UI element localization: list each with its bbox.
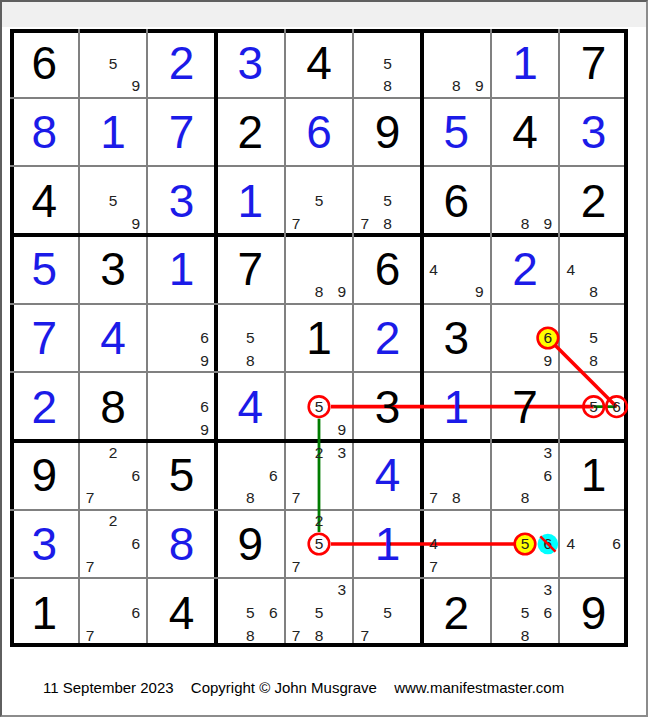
cell-r5c6[interactable]: 2 bbox=[353, 304, 422, 373]
candidate-r9c8-d3: 3 bbox=[536, 578, 559, 601]
candidate-r7c4-d8: 8 bbox=[239, 487, 262, 510]
cell-r8c9[interactable]: 46 bbox=[559, 510, 628, 579]
candidate-r7c2-d7: 7 bbox=[79, 487, 102, 510]
candidate-r7c5-d3: 3 bbox=[330, 441, 353, 464]
value-r2c3: 7 bbox=[169, 109, 195, 155]
cell-r5c5[interactable]: 1 bbox=[285, 304, 354, 373]
cell-r3c5[interactable]: 57 bbox=[285, 166, 354, 235]
candidate-r5c4-d8: 8 bbox=[239, 349, 262, 372]
cell-r3c6[interactable]: 578 bbox=[353, 166, 422, 235]
cell-r8c6[interactable]: 1 bbox=[353, 510, 422, 579]
cell-r1c3[interactable]: 2 bbox=[147, 29, 216, 98]
value-r3c7: 6 bbox=[444, 178, 470, 224]
candidate-r4c9-d4: 4 bbox=[559, 258, 582, 281]
candidate-r8c5-d7: 7 bbox=[285, 555, 308, 578]
cell-r9c1[interactable]: 1 bbox=[10, 578, 79, 647]
candidate-r7c5-d2: 2 bbox=[307, 441, 330, 464]
cell-r1c4[interactable]: 3 bbox=[216, 29, 285, 98]
cell-r3c9[interactable]: 2 bbox=[559, 166, 628, 235]
cell-r7c1[interactable]: 9 bbox=[10, 441, 79, 510]
candidate-r6c3-d6: 6 bbox=[193, 395, 216, 418]
value-r9c9: 9 bbox=[581, 590, 607, 636]
cell-r8c5[interactable]: 257 bbox=[285, 510, 354, 579]
cell-r6c9[interactable]: 56 bbox=[559, 372, 628, 441]
value-r7c6: 4 bbox=[375, 452, 401, 498]
cell-r4c6[interactable]: 6 bbox=[353, 235, 422, 304]
candidate-r6c5-d9: 9 bbox=[330, 418, 353, 441]
value-r5c6: 2 bbox=[375, 315, 401, 361]
candidate-r7c8-d3: 3 bbox=[536, 441, 559, 464]
cell-r6c3[interactable]: 69 bbox=[147, 372, 216, 441]
candidate-r4c7-d9: 9 bbox=[468, 281, 491, 304]
cell-r2c7[interactable]: 5 bbox=[422, 98, 491, 167]
footer: 11 September 2023 Copyright © John Musgr… bbox=[43, 679, 564, 696]
cell-r2c5[interactable]: 6 bbox=[285, 98, 354, 167]
value-r6c4: 4 bbox=[238, 384, 264, 430]
cell-r8c1[interactable]: 3 bbox=[10, 510, 79, 579]
value-r6c2: 8 bbox=[100, 384, 126, 430]
cell-r6c1[interactable]: 2 bbox=[10, 372, 79, 441]
candidate-r5c8-d9: 9 bbox=[536, 349, 559, 372]
value-r1c8: 1 bbox=[512, 40, 538, 86]
candidate-r4c9-d8: 8 bbox=[582, 281, 605, 304]
value-r9c1: 1 bbox=[32, 590, 58, 636]
cell-r1c8[interactable]: 1 bbox=[491, 29, 560, 98]
sudoku-board[interactable]: 6592345889178172695434593157578689253178… bbox=[10, 29, 628, 647]
value-r2c1: 8 bbox=[32, 109, 58, 155]
candidate-r5c9-d8: 8 bbox=[582, 349, 605, 372]
cell-r4c5[interactable]: 89 bbox=[285, 235, 354, 304]
value-r9c7: 2 bbox=[444, 590, 470, 636]
value-r1c5: 4 bbox=[306, 40, 332, 86]
cell-r7c5[interactable]: 237 bbox=[285, 441, 354, 510]
cell-r5c3[interactable]: 69 bbox=[147, 304, 216, 373]
footer-date: 11 September 2023 bbox=[43, 679, 174, 696]
cell-r6c5[interactable]: 59 bbox=[285, 372, 354, 441]
cell-r7c6[interactable]: 4 bbox=[353, 441, 422, 510]
cell-r2c2[interactable]: 1 bbox=[79, 98, 148, 167]
cell-r9c2[interactable]: 67 bbox=[79, 578, 148, 647]
candidate-r6c9-d5: 5 bbox=[582, 395, 605, 418]
candidate-r9c5-d3: 3 bbox=[330, 578, 353, 601]
cell-r6c2[interactable]: 8 bbox=[79, 372, 148, 441]
cell-r3c1[interactable]: 4 bbox=[10, 166, 79, 235]
cell-r2c9[interactable]: 3 bbox=[559, 98, 628, 167]
candidate-r6c5-d5: 5 bbox=[307, 395, 330, 418]
cell-r9c9[interactable]: 9 bbox=[559, 578, 628, 647]
cell-r1c2[interactable]: 59 bbox=[79, 29, 148, 98]
candidate-r1c6-d8: 8 bbox=[376, 75, 399, 98]
value-r7c1: 9 bbox=[32, 452, 58, 498]
value-r3c4: 1 bbox=[238, 178, 264, 224]
cell-r4c1[interactable]: 5 bbox=[10, 235, 79, 304]
candidate-r9c5-d8: 8 bbox=[307, 624, 330, 647]
candidate-r3c5-d5: 5 bbox=[307, 189, 330, 212]
value-r9c3: 4 bbox=[169, 590, 195, 636]
cell-r7c4[interactable]: 68 bbox=[216, 441, 285, 510]
value-r7c3: 5 bbox=[169, 452, 195, 498]
candidate-r7c4-d6: 6 bbox=[262, 464, 285, 487]
cell-r5c2[interactable]: 4 bbox=[79, 304, 148, 373]
candidate-r9c8-d5: 5 bbox=[513, 601, 536, 624]
value-r6c6: 3 bbox=[375, 384, 401, 430]
candidate-r9c2-d6: 6 bbox=[124, 601, 147, 624]
cell-r4c7[interactable]: 49 bbox=[422, 235, 491, 304]
cell-r8c2[interactable]: 267 bbox=[79, 510, 148, 579]
candidate-r7c7-d8: 8 bbox=[445, 487, 468, 510]
cell-r8c7[interactable]: 47 bbox=[422, 510, 491, 579]
value-r4c2: 3 bbox=[100, 246, 126, 292]
candidate-r3c2-d5: 5 bbox=[101, 189, 124, 212]
value-r4c4: 7 bbox=[238, 246, 264, 292]
cell-r3c4[interactable]: 1 bbox=[216, 166, 285, 235]
cell-r3c2[interactable]: 59 bbox=[79, 166, 148, 235]
value-r8c4: 9 bbox=[238, 521, 264, 567]
candidate-r8c9-d4: 4 bbox=[559, 532, 582, 555]
value-r5c2: 4 bbox=[100, 315, 126, 361]
cell-r6c8[interactable]: 7 bbox=[491, 372, 560, 441]
cell-r7c8[interactable]: 368 bbox=[491, 441, 560, 510]
value-r6c7: 1 bbox=[444, 384, 470, 430]
candidate-r4c5-d8: 8 bbox=[307, 281, 330, 304]
candidate-r8c2-d7: 7 bbox=[79, 555, 102, 578]
candidate-r9c4-d6: 6 bbox=[262, 601, 285, 624]
value-r2c6: 9 bbox=[375, 109, 401, 155]
candidate-r8c7-d7: 7 bbox=[422, 555, 445, 578]
cell-r9c6[interactable]: 57 bbox=[353, 578, 422, 647]
cell-r5c1[interactable]: 7 bbox=[10, 304, 79, 373]
cell-r8c8[interactable] bbox=[491, 510, 560, 579]
cell-r2c1[interactable]: 8 bbox=[10, 98, 79, 167]
candidate-r9c6-d7: 7 bbox=[353, 624, 376, 647]
value-r3c9: 2 bbox=[581, 178, 607, 224]
value-r8c3: 8 bbox=[169, 521, 195, 567]
candidate-r7c8-d6: 6 bbox=[536, 464, 559, 487]
value-r6c8: 7 bbox=[512, 384, 538, 430]
candidate-r8c7-d4: 4 bbox=[422, 532, 445, 555]
cell-r5c9[interactable]: 58 bbox=[559, 304, 628, 373]
value-r1c3: 2 bbox=[169, 40, 195, 86]
cell-r1c7[interactable]: 89 bbox=[422, 29, 491, 98]
cell-r7c9[interactable]: 1 bbox=[559, 441, 628, 510]
cell-r9c5[interactable]: 3578 bbox=[285, 578, 354, 647]
cell-r4c9[interactable]: 48 bbox=[559, 235, 628, 304]
value-r1c4: 3 bbox=[238, 40, 264, 86]
value-r3c3: 3 bbox=[169, 178, 195, 224]
value-r2c2: 1 bbox=[100, 109, 126, 155]
candidate-r1c2-d9: 9 bbox=[124, 75, 147, 98]
value-r8c1: 3 bbox=[32, 521, 58, 567]
cell-r1c5[interactable]: 4 bbox=[285, 29, 354, 98]
cell-r2c4[interactable]: 2 bbox=[216, 98, 285, 167]
candidate-r7c8-d8: 8 bbox=[513, 487, 536, 510]
value-r4c8: 2 bbox=[512, 246, 538, 292]
cell-r4c2[interactable]: 3 bbox=[79, 235, 148, 304]
cell-r9c7[interactable]: 2 bbox=[422, 578, 491, 647]
value-r4c3: 1 bbox=[169, 246, 195, 292]
cell-r9c8[interactable]: 3568 bbox=[491, 578, 560, 647]
value-r1c9: 7 bbox=[581, 40, 607, 86]
cell-r7c3[interactable]: 5 bbox=[147, 441, 216, 510]
cell-r8c4[interactable]: 9 bbox=[216, 510, 285, 579]
candidate-r3c2-d9: 9 bbox=[124, 212, 147, 235]
cell-r4c4[interactable]: 7 bbox=[216, 235, 285, 304]
value-r2c5: 6 bbox=[306, 109, 332, 155]
candidate-r9c4-d8: 8 bbox=[239, 624, 262, 647]
footer-website: www.manifestmaster.com bbox=[394, 679, 564, 696]
cell-r3c8[interactable]: 89 bbox=[491, 166, 560, 235]
candidate-r1c7-d8: 8 bbox=[445, 75, 468, 98]
cell-r2c3[interactable]: 7 bbox=[147, 98, 216, 167]
cell-r7c7[interactable]: 78 bbox=[422, 441, 491, 510]
value-r6c1: 2 bbox=[32, 384, 58, 430]
candidate-r3c8-d8: 8 bbox=[513, 212, 536, 235]
candidate-r7c2-d2: 2 bbox=[101, 441, 124, 464]
candidate-r9c8-d6: 6 bbox=[536, 601, 559, 624]
value-r2c7: 5 bbox=[444, 109, 470, 155]
cell-r5c4[interactable]: 58 bbox=[216, 304, 285, 373]
candidate-r5c4-d5: 5 bbox=[239, 326, 262, 349]
candidate-r3c8-d9: 9 bbox=[536, 212, 559, 235]
cell-r3c3[interactable]: 3 bbox=[147, 166, 216, 235]
candidate-r8c9-d6: 6 bbox=[605, 532, 628, 555]
candidate-r7c5-d7: 7 bbox=[285, 487, 308, 510]
cell-r2c6[interactable]: 9 bbox=[353, 98, 422, 167]
cell-r4c3[interactable]: 1 bbox=[147, 235, 216, 304]
candidate-r9c2-d7: 7 bbox=[79, 624, 102, 647]
candidate-r4c5-d9: 9 bbox=[330, 281, 353, 304]
cell-r6c7[interactable]: 1 bbox=[422, 372, 491, 441]
candidate-r5c3-d9: 9 bbox=[193, 349, 216, 372]
candidate-r8c2-d2: 2 bbox=[101, 510, 124, 533]
cell-r5c8[interactable]: 9 bbox=[491, 304, 560, 373]
candidate-r9c5-d5: 5 bbox=[307, 601, 330, 624]
cell-r6c4[interactable]: 4 bbox=[216, 372, 285, 441]
candidate-r8c2-d6: 6 bbox=[124, 532, 147, 555]
value-r3c1: 4 bbox=[32, 178, 58, 224]
candidate-r9c6-d5: 5 bbox=[376, 601, 399, 624]
candidate-r5c3-d6: 6 bbox=[193, 326, 216, 349]
value-r4c1: 5 bbox=[32, 246, 58, 292]
candidate-r9c8-d8: 8 bbox=[513, 624, 536, 647]
cell-r6c6[interactable]: 3 bbox=[353, 372, 422, 441]
cell-r5c7[interactable]: 3 bbox=[422, 304, 491, 373]
value-r4c6: 6 bbox=[375, 246, 401, 292]
candidate-r8c5-d2: 2 bbox=[307, 510, 330, 533]
value-r7c9: 1 bbox=[581, 452, 607, 498]
candidate-r3c6-d8: 8 bbox=[376, 212, 399, 235]
candidate-r1c6-d5: 5 bbox=[376, 52, 399, 75]
cell-r9c4[interactable]: 568 bbox=[216, 578, 285, 647]
candidate-r7c7-d7: 7 bbox=[422, 487, 445, 510]
candidate-r3c6-d5: 5 bbox=[376, 189, 399, 212]
candidate-r8c5-d5: 5 bbox=[307, 532, 330, 555]
candidate-r4c7-d4: 4 bbox=[422, 258, 445, 281]
value-r2c4: 2 bbox=[238, 109, 264, 155]
candidate-r3c6-d7: 7 bbox=[353, 212, 376, 235]
cell-r3c7[interactable]: 6 bbox=[422, 166, 491, 235]
cell-r2c8[interactable]: 4 bbox=[491, 98, 560, 167]
candidate-r5c9-d5: 5 bbox=[582, 326, 605, 349]
candidate-r1c2-d5: 5 bbox=[101, 52, 124, 75]
candidate-r6c9-d6: 6 bbox=[605, 395, 628, 418]
cell-r7c2[interactable]: 267 bbox=[79, 441, 148, 510]
candidate-r6c3-d9: 9 bbox=[193, 418, 216, 441]
cell-r9c3[interactable]: 4 bbox=[147, 578, 216, 647]
header-strip bbox=[2, 2, 646, 27]
value-r2c8: 4 bbox=[512, 109, 538, 155]
cell-r1c6[interactable]: 58 bbox=[353, 29, 422, 98]
candidate-r9c4-d5: 5 bbox=[239, 601, 262, 624]
cell-r1c1[interactable]: 6 bbox=[10, 29, 79, 98]
value-r5c5: 1 bbox=[306, 315, 332, 361]
value-r8c6: 1 bbox=[375, 521, 401, 567]
candidate-r1c7-d9: 9 bbox=[468, 75, 491, 98]
candidate-r3c5-d7: 7 bbox=[285, 212, 308, 235]
cell-r4c8[interactable]: 2 bbox=[491, 235, 560, 304]
value-r5c7: 3 bbox=[444, 315, 470, 361]
value-r5c1: 7 bbox=[32, 315, 58, 361]
candidate-r9c5-d7: 7 bbox=[285, 624, 308, 647]
cell-r1c9[interactable]: 7 bbox=[559, 29, 628, 98]
value-r2c9: 3 bbox=[581, 109, 607, 155]
candidate-r7c2-d6: 6 bbox=[124, 464, 147, 487]
value-r1c1: 6 bbox=[32, 40, 58, 86]
cell-r8c3[interactable]: 8 bbox=[147, 510, 216, 579]
footer-copyright: Copyright © John Musgrave bbox=[191, 679, 377, 696]
